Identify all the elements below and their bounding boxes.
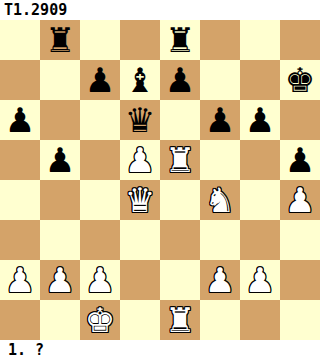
square-g2[interactable]: ♟: [240, 260, 280, 300]
square-c1[interactable]: ♚: [80, 300, 120, 340]
square-e3[interactable]: [160, 220, 200, 260]
square-h3[interactable]: [280, 220, 320, 260]
square-d1[interactable]: [120, 300, 160, 340]
piece-black-king[interactable]: ♚: [285, 60, 315, 100]
piece-white-pawn[interactable]: ♟: [245, 260, 275, 300]
square-c7[interactable]: ♟: [80, 60, 120, 100]
square-a4[interactable]: [0, 180, 40, 220]
piece-black-pawn[interactable]: ♟: [285, 140, 315, 180]
square-g3[interactable]: [240, 220, 280, 260]
square-b1[interactable]: [40, 300, 80, 340]
square-d8[interactable]: [120, 20, 160, 60]
piece-white-pawn[interactable]: ♟: [5, 260, 35, 300]
square-e1[interactable]: ♜: [160, 300, 200, 340]
square-g6[interactable]: ♟: [240, 100, 280, 140]
square-g5[interactable]: [240, 140, 280, 180]
square-e8[interactable]: ♜: [160, 20, 200, 60]
square-b6[interactable]: [40, 100, 80, 140]
piece-black-pawn[interactable]: ♟: [85, 60, 115, 100]
square-f1[interactable]: [200, 300, 240, 340]
piece-white-king[interactable]: ♚: [85, 300, 115, 340]
square-a2[interactable]: ♟: [0, 260, 40, 300]
square-h1[interactable]: [280, 300, 320, 340]
move-prompt: 1. ?: [0, 340, 320, 360]
square-c8[interactable]: [80, 20, 120, 60]
piece-white-queen[interactable]: ♛: [125, 180, 155, 220]
square-d4[interactable]: ♛: [120, 180, 160, 220]
square-a5[interactable]: [0, 140, 40, 180]
square-d7[interactable]: ♝: [120, 60, 160, 100]
piece-black-pawn[interactable]: ♟: [45, 140, 75, 180]
square-a7[interactable]: [0, 60, 40, 100]
square-f2[interactable]: ♟: [200, 260, 240, 300]
puzzle-id: T1.2909: [0, 0, 320, 20]
chess-board: ♜♜♟♝♟♚♟♛♟♟♟♟♜♟♛♞♟♟♟♟♟♟♚♜: [0, 20, 320, 340]
square-e2[interactable]: [160, 260, 200, 300]
piece-white-pawn[interactable]: ♟: [285, 180, 315, 220]
square-b3[interactable]: [40, 220, 80, 260]
square-c3[interactable]: [80, 220, 120, 260]
square-b2[interactable]: ♟: [40, 260, 80, 300]
square-a1[interactable]: [0, 300, 40, 340]
square-f8[interactable]: [200, 20, 240, 60]
piece-white-rook[interactable]: ♜: [165, 140, 195, 180]
square-e6[interactable]: [160, 100, 200, 140]
square-b8[interactable]: ♜: [40, 20, 80, 60]
piece-white-pawn[interactable]: ♟: [125, 140, 155, 180]
square-h4[interactable]: ♟: [280, 180, 320, 220]
square-d2[interactable]: [120, 260, 160, 300]
square-c6[interactable]: [80, 100, 120, 140]
piece-black-pawn[interactable]: ♟: [205, 100, 235, 140]
piece-black-queen[interactable]: ♛: [125, 100, 155, 140]
piece-black-pawn[interactable]: ♟: [165, 60, 195, 100]
piece-black-rook[interactable]: ♜: [45, 20, 75, 60]
square-f4[interactable]: ♞: [200, 180, 240, 220]
square-d6[interactable]: ♛: [120, 100, 160, 140]
square-f3[interactable]: [200, 220, 240, 260]
square-f7[interactable]: [200, 60, 240, 100]
square-c5[interactable]: [80, 140, 120, 180]
square-g7[interactable]: [240, 60, 280, 100]
piece-white-pawn[interactable]: ♟: [85, 260, 115, 300]
square-b4[interactable]: [40, 180, 80, 220]
piece-black-bishop[interactable]: ♝: [125, 60, 155, 100]
piece-white-rook[interactable]: ♜: [165, 300, 195, 340]
square-g8[interactable]: [240, 20, 280, 60]
square-h7[interactable]: ♚: [280, 60, 320, 100]
square-g4[interactable]: [240, 180, 280, 220]
piece-black-rook[interactable]: ♜: [165, 20, 195, 60]
square-a6[interactable]: ♟: [0, 100, 40, 140]
piece-white-knight[interactable]: ♞: [205, 180, 235, 220]
square-e4[interactable]: [160, 180, 200, 220]
piece-black-pawn[interactable]: ♟: [5, 100, 35, 140]
square-e5[interactable]: ♜: [160, 140, 200, 180]
square-h6[interactable]: [280, 100, 320, 140]
square-g1[interactable]: [240, 300, 280, 340]
square-c2[interactable]: ♟: [80, 260, 120, 300]
square-a3[interactable]: [0, 220, 40, 260]
piece-white-pawn[interactable]: ♟: [205, 260, 235, 300]
square-c4[interactable]: [80, 180, 120, 220]
square-e7[interactable]: ♟: [160, 60, 200, 100]
square-b7[interactable]: [40, 60, 80, 100]
piece-white-pawn[interactable]: ♟: [45, 260, 75, 300]
square-h2[interactable]: [280, 260, 320, 300]
square-d5[interactable]: ♟: [120, 140, 160, 180]
square-f5[interactable]: [200, 140, 240, 180]
square-h5[interactable]: ♟: [280, 140, 320, 180]
square-d3[interactable]: [120, 220, 160, 260]
square-f6[interactable]: ♟: [200, 100, 240, 140]
square-h8[interactable]: [280, 20, 320, 60]
square-a8[interactable]: [0, 20, 40, 60]
piece-black-pawn[interactable]: ♟: [245, 100, 275, 140]
square-b5[interactable]: ♟: [40, 140, 80, 180]
